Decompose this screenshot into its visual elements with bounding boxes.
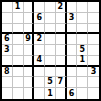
cell-r9c5[interactable]: 1 [45,88,56,99]
cell-r5c2[interactable] [13,45,24,56]
cell-r6c8[interactable]: 1 [77,56,88,67]
cell-r1c5[interactable] [45,2,56,13]
cell-r5c4[interactable] [34,45,45,56]
cell-r5c8[interactable]: 5 [77,45,88,56]
cell-r1c3[interactable] [24,2,35,13]
cell-r4c2[interactable] [13,34,24,45]
cell-r4c3[interactable]: 9 [24,34,35,45]
cell-r4c8[interactable] [77,34,88,45]
cell-r9c9[interactable] [88,88,99,99]
cell-r7c9[interactable]: 3 [88,67,99,78]
cell-r4c4[interactable]: 2 [34,34,45,45]
cell-r3c9[interactable] [88,24,99,35]
cell-r8c1[interactable] [2,77,13,88]
cell-r4c5[interactable] [45,34,56,45]
cell-r7c7[interactable] [67,67,78,78]
cell-r6c2[interactable] [13,56,24,67]
cell-r2c7[interactable]: 3 [67,13,78,24]
cell-r2c1[interactable] [2,13,13,24]
cell-r4c7[interactable] [67,34,78,45]
cell-r1c7[interactable] [67,2,78,13]
cell-r5c7[interactable] [67,45,78,56]
cell-r7c5[interactable] [45,67,56,78]
cell-r7c3[interactable] [24,67,35,78]
cell-r5c9[interactable] [88,45,99,56]
cell-r8c3[interactable] [24,77,35,88]
cell-r9c4[interactable] [34,88,45,99]
cell-r3c1[interactable] [2,24,13,35]
sudoku-board: 12636923541835716 [0,0,101,101]
cell-r5c5[interactable] [45,45,56,56]
cell-r6c3[interactable] [24,56,35,67]
cell-r3c7[interactable] [67,24,78,35]
cell-r3c4[interactable] [34,24,45,35]
cell-r2c8[interactable] [77,13,88,24]
cell-r2c5[interactable] [45,13,56,24]
cell-r1c9[interactable] [88,2,99,13]
cell-r9c1[interactable] [2,88,13,99]
cell-r6c1[interactable] [2,56,13,67]
cell-r7c2[interactable] [13,67,24,78]
cell-r9c6[interactable] [56,88,67,99]
cell-r4c9[interactable] [88,34,99,45]
cell-r8c5[interactable]: 5 [45,77,56,88]
cell-r6c7[interactable] [67,56,78,67]
cell-r1c2[interactable]: 1 [13,2,24,13]
cell-r8c2[interactable] [13,77,24,88]
cell-r8c4[interactable] [34,77,45,88]
cell-r3c5[interactable] [45,24,56,35]
cell-r1c6[interactable]: 2 [56,2,67,13]
cell-r7c4[interactable] [34,67,45,78]
cell-r1c8[interactable] [77,2,88,13]
cell-r1c4[interactable] [34,2,45,13]
cell-r4c1[interactable]: 6 [2,34,13,45]
cell-r2c9[interactable] [88,13,99,24]
cell-r9c3[interactable] [24,88,35,99]
cell-r3c3[interactable] [24,24,35,35]
cell-r8c8[interactable] [77,77,88,88]
cell-r3c8[interactable] [77,24,88,35]
cell-r6c5[interactable] [45,56,56,67]
cell-r8c6[interactable]: 7 [56,77,67,88]
cell-r5c3[interactable] [24,45,35,56]
cell-r6c6[interactable] [56,56,67,67]
cell-r5c6[interactable] [56,45,67,56]
cell-r3c2[interactable] [13,24,24,35]
cell-r2c6[interactable] [56,13,67,24]
cell-r7c1[interactable]: 8 [2,67,13,78]
cell-r4c6[interactable] [56,34,67,45]
cell-r2c4[interactable]: 6 [34,13,45,24]
cell-r9c7[interactable]: 6 [67,88,78,99]
cell-r2c2[interactable] [13,13,24,24]
cell-r9c2[interactable] [13,88,24,99]
cell-r9c8[interactable] [77,88,88,99]
cell-r5c1[interactable]: 3 [2,45,13,56]
cell-r1c1[interactable] [2,2,13,13]
cell-r8c7[interactable] [67,77,78,88]
cell-r3c6[interactable] [56,24,67,35]
cell-r6c4[interactable]: 4 [34,56,45,67]
cell-r7c6[interactable] [56,67,67,78]
cell-r2c3[interactable] [24,13,35,24]
cell-r8c9[interactable] [88,77,99,88]
cell-r6c9[interactable] [88,56,99,67]
cell-r7c8[interactable] [77,67,88,78]
